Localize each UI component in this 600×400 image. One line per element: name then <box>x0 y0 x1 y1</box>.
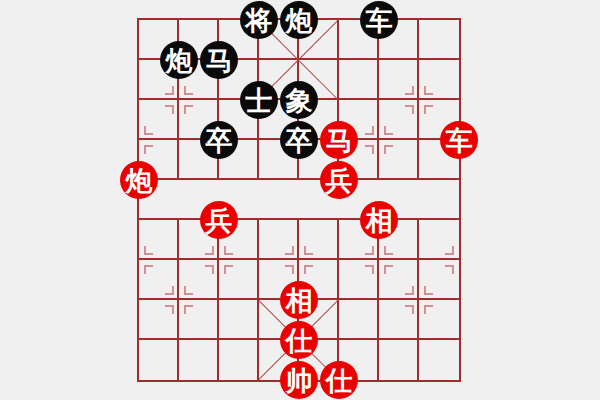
black-cannon[interactable]: 炮 <box>160 41 198 79</box>
star-point-corner <box>405 286 414 295</box>
black-general[interactable]: 将 <box>240 1 278 39</box>
star-point-corner <box>365 246 374 255</box>
star-point-corner <box>384 246 393 255</box>
star-point-corner <box>165 286 174 295</box>
star-point-corner <box>285 246 294 255</box>
star-point-corner <box>424 305 433 314</box>
star-point-corner <box>365 145 374 154</box>
star-point-corner <box>224 265 233 274</box>
star-point-corner <box>405 105 414 114</box>
black-chariot[interactable]: 车 <box>360 1 398 39</box>
black-advisor[interactable]: 士 <box>240 81 278 119</box>
board-stage: 将炮车炮马士象卒卒马车炮兵兵相相仕帅仕 <box>0 0 600 400</box>
star-point-corner <box>384 126 393 135</box>
star-point-corner <box>144 145 153 154</box>
board-overlay: 将炮车炮马士象卒卒马车炮兵兵相相仕帅仕 <box>139 20 459 380</box>
star-point-corner <box>365 265 374 274</box>
star-point-corner <box>224 246 233 255</box>
black-pawn[interactable]: 卒 <box>280 121 318 159</box>
red-elephant[interactable]: 相 <box>360 201 398 239</box>
red-cannon[interactable]: 炮 <box>120 161 158 199</box>
star-point-corner <box>184 286 193 295</box>
red-advisor[interactable]: 仕 <box>280 321 318 359</box>
black-horse[interactable]: 马 <box>200 41 238 79</box>
red-general[interactable]: 帅 <box>280 361 318 399</box>
star-point-corner <box>365 126 374 135</box>
star-point-corner <box>384 145 393 154</box>
star-point-corner <box>424 86 433 95</box>
star-point-corner <box>405 305 414 314</box>
star-point-corner <box>144 265 153 274</box>
xiangqi-board: 将炮车炮马士象卒卒马车炮兵兵相相仕帅仕 <box>137 18 461 382</box>
red-advisor[interactable]: 仕 <box>320 361 358 399</box>
red-pawn[interactable]: 兵 <box>320 161 358 199</box>
star-point-corner <box>165 105 174 114</box>
star-point-corner <box>384 265 393 274</box>
river <box>141 182 457 218</box>
star-point-corner <box>144 126 153 135</box>
star-point-corner <box>184 305 193 314</box>
star-point-corner <box>445 246 454 255</box>
star-point-corner <box>184 86 193 95</box>
star-point-corner <box>144 246 153 255</box>
red-horse[interactable]: 马 <box>320 121 358 159</box>
star-point-corner <box>285 265 294 274</box>
star-point-corner <box>424 286 433 295</box>
star-point-corner <box>165 305 174 314</box>
black-elephant[interactable]: 象 <box>280 81 318 119</box>
star-point-corner <box>304 246 313 255</box>
black-cannon[interactable]: 炮 <box>280 1 318 39</box>
star-point-corner <box>445 265 454 274</box>
star-point-corner <box>424 105 433 114</box>
red-elephant[interactable]: 相 <box>280 281 318 319</box>
star-point-corner <box>184 105 193 114</box>
star-point-corner <box>165 86 174 95</box>
star-point-corner <box>205 265 214 274</box>
star-point-corner <box>205 246 214 255</box>
star-point-corner <box>304 265 313 274</box>
red-pawn[interactable]: 兵 <box>200 201 238 239</box>
red-chariot[interactable]: 车 <box>440 121 478 159</box>
black-pawn[interactable]: 卒 <box>200 121 238 159</box>
star-point-corner <box>405 86 414 95</box>
